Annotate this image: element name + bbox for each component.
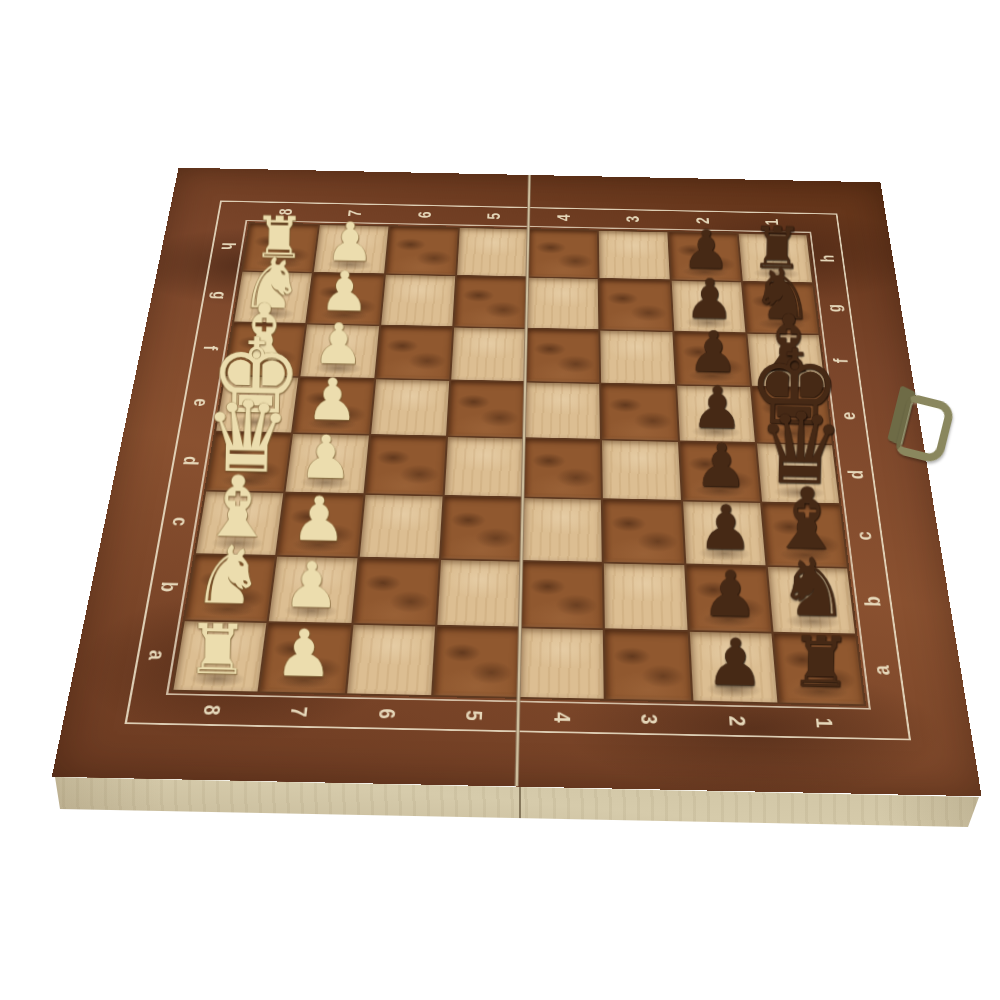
- square-d3[interactable]: [602, 440, 680, 500]
- square-a3[interactable]: [605, 630, 690, 701]
- black-pawn-d2[interactable]: ♟: [694, 438, 748, 496]
- rank-label-top-3: 3: [621, 211, 645, 227]
- file-label-left-a: a: [141, 643, 174, 667]
- rank-label-top-5: 5: [482, 208, 506, 224]
- black-rook-a1[interactable]: ♜: [790, 630, 853, 697]
- black-pawn-c2[interactable]: ♟: [698, 499, 754, 558]
- white-pawn-d7[interactable]: ♟: [298, 429, 352, 487]
- square-b3[interactable]: [604, 563, 687, 630]
- square-c4[interactable]: [523, 498, 603, 561]
- square-f3[interactable]: [601, 330, 675, 384]
- square-d4[interactable]: [524, 439, 601, 499]
- square-a7[interactable]: ♟: [260, 623, 351, 694]
- square-f6[interactable]: [376, 326, 452, 380]
- square-e6[interactable]: [371, 379, 449, 435]
- white-pawn-f7[interactable]: ♟: [313, 317, 365, 372]
- square-h3[interactable]: [599, 231, 669, 280]
- chessboard: ♜♟♟♜♞♟♟♞♝♟♟♝♚♟♟♚♛♟♟♛♝♟♟♝♞♟♟♞♜♟♟♜ 8765432…: [116, 20, 933, 857]
- file-label-right-d: d: [841, 464, 870, 484]
- square-b7[interactable]: ♟: [269, 556, 357, 623]
- square-a8[interactable]: ♜: [173, 621, 266, 691]
- white-pawn-a7[interactable]: ♟: [274, 623, 333, 686]
- square-b5[interactable]: [437, 560, 520, 627]
- file-label-right-c: c: [849, 525, 879, 546]
- rank-label-bottom-7: 7: [283, 699, 315, 724]
- black-knight-b1[interactable]: ♞: [777, 549, 851, 627]
- white-pawn-c7[interactable]: ♟: [291, 490, 347, 549]
- square-f5[interactable]: [451, 327, 525, 381]
- file-label-left-h: h: [215, 238, 241, 254]
- rank-label-bottom-4: 4: [547, 705, 577, 730]
- square-c2[interactable]: ♟: [683, 502, 766, 565]
- square-a2[interactable]: ♟: [689, 632, 777, 703]
- square-h4[interactable]: [528, 229, 598, 278]
- file-label-right-g: g: [821, 300, 848, 317]
- black-pawn-f2[interactable]: ♟: [688, 325, 740, 380]
- square-d5[interactable]: [444, 437, 523, 497]
- square-g4[interactable]: [527, 278, 598, 329]
- file-label-right-a: a: [866, 658, 898, 682]
- rank-label-top-6: 6: [412, 207, 436, 223]
- square-g3[interactable]: [600, 279, 672, 330]
- square-d6[interactable]: [365, 436, 446, 496]
- black-pawn-e2[interactable]: ♟: [691, 380, 744, 436]
- rank-label-bottom-6: 6: [371, 701, 402, 726]
- square-a1[interactable]: ♜: [773, 633, 863, 704]
- square-g6[interactable]: [381, 275, 455, 326]
- square-h5[interactable]: [457, 228, 528, 277]
- rank-label-bottom-1: 1: [809, 710, 841, 735]
- rank-label-bottom-5: 5: [459, 703, 489, 728]
- white-pawn-b7[interactable]: ♟: [283, 555, 341, 616]
- white-rook-a8[interactable]: ♜: [186, 617, 249, 684]
- photo-background: ♜♟♟♜♞♟♟♞♝♟♟♝♚♟♟♚♛♟♟♛♝♟♟♝♞♟♟♞♜♟♟♜ 8765432…: [0, 0, 1000, 1000]
- file-label-right-b: b: [857, 590, 888, 613]
- rank-label-bottom-3: 3: [634, 707, 664, 732]
- square-a4[interactable]: [520, 628, 604, 699]
- square-c3[interactable]: [603, 500, 683, 563]
- rank-label-bottom-8: 8: [195, 698, 228, 723]
- square-b2[interactable]: ♟: [686, 565, 771, 632]
- file-label-left-b: b: [153, 575, 185, 597]
- square-e4[interactable]: [525, 382, 600, 439]
- rank-label-top-4: 4: [552, 210, 575, 226]
- black-pawn-a2[interactable]: ♟: [705, 632, 764, 695]
- square-c6[interactable]: [359, 495, 442, 558]
- white-knight-b8[interactable]: ♞: [191, 536, 265, 614]
- file-label-left-c: c: [165, 511, 196, 532]
- square-b4[interactable]: [521, 561, 603, 628]
- square-a5[interactable]: [433, 626, 519, 697]
- square-c5[interactable]: [441, 497, 522, 560]
- square-e3[interactable]: [601, 384, 677, 441]
- square-f4[interactable]: [526, 329, 599, 383]
- file-label-right-h: h: [815, 250, 841, 266]
- rank-label-bottom-2: 2: [722, 709, 753, 734]
- square-h6[interactable]: [385, 227, 457, 276]
- square-g5[interactable]: [454, 276, 526, 327]
- square-e5[interactable]: [448, 381, 524, 438]
- black-pawn-b2[interactable]: ♟: [701, 563, 759, 624]
- white-pawn-e7[interactable]: ♟: [306, 372, 359, 428]
- board-top-face: ♜♟♟♜♞♟♟♞♝♟♟♝♚♟♟♚♛♟♟♛♝♟♟♝♞♟♟♞♜♟♟♜ 8765432…: [52, 168, 982, 797]
- square-a6[interactable]: [347, 625, 435, 696]
- square-b6[interactable]: [353, 558, 439, 625]
